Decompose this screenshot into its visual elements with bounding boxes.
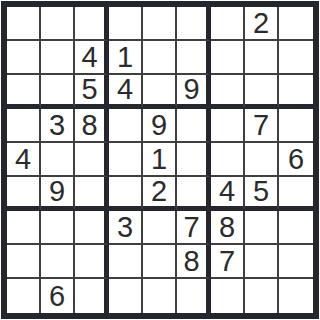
empty-cell-r3c2[interactable] — [41, 75, 75, 109]
empty-cell-r8c1[interactable] — [7, 245, 41, 279]
empty-cell-r3c5[interactable] — [143, 75, 177, 109]
empty-cell-r7c9[interactable] — [279, 211, 313, 245]
given-cell-r1c8: 2 — [245, 7, 279, 41]
empty-cell-r2c1[interactable] — [7, 41, 41, 75]
given-cell-r9c2: 6 — [41, 279, 75, 313]
empty-cell-r2c2[interactable] — [41, 41, 75, 75]
empty-cell-r9c9[interactable] — [279, 279, 313, 313]
empty-cell-r1c1[interactable] — [7, 7, 41, 41]
empty-cell-r9c5[interactable] — [143, 279, 177, 313]
empty-cell-r1c7[interactable] — [211, 7, 245, 41]
empty-cell-r5c2[interactable] — [41, 143, 75, 177]
given-cell-r3c6: 9 — [177, 75, 211, 109]
empty-cell-r2c8[interactable] — [245, 41, 279, 75]
empty-cell-r1c2[interactable] — [41, 7, 75, 41]
empty-cell-r2c9[interactable] — [279, 41, 313, 75]
sudoku-board: 24154938974169245378876 — [1, 1, 319, 319]
empty-cell-r1c6[interactable] — [177, 7, 211, 41]
given-cell-r3c3: 5 — [75, 75, 109, 109]
empty-cell-r1c4[interactable] — [109, 7, 143, 41]
page-background: 24154938974169245378876 — [0, 0, 320, 320]
empty-cell-r6c4[interactable] — [109, 177, 143, 211]
empty-cell-r7c1[interactable] — [7, 211, 41, 245]
empty-cell-r9c3[interactable] — [75, 279, 109, 313]
empty-cell-r5c8[interactable] — [245, 143, 279, 177]
given-cell-r2c3: 4 — [75, 41, 109, 75]
empty-cell-r7c2[interactable] — [41, 211, 75, 245]
given-cell-r6c7: 4 — [211, 177, 245, 211]
empty-cell-r4c1[interactable] — [7, 109, 41, 143]
given-cell-r4c5: 9 — [143, 109, 177, 143]
given-cell-r7c4: 3 — [109, 211, 143, 245]
empty-cell-r5c6[interactable] — [177, 143, 211, 177]
empty-cell-r7c5[interactable] — [143, 211, 177, 245]
empty-cell-r9c6[interactable] — [177, 279, 211, 313]
empty-cell-r8c9[interactable] — [279, 245, 313, 279]
empty-cell-r9c1[interactable] — [7, 279, 41, 313]
given-cell-r7c6: 7 — [177, 211, 211, 245]
empty-cell-r8c8[interactable] — [245, 245, 279, 279]
empty-cell-r4c6[interactable] — [177, 109, 211, 143]
empty-cell-r2c6[interactable] — [177, 41, 211, 75]
given-cell-r8c7: 7 — [211, 245, 245, 279]
empty-cell-r1c3[interactable] — [75, 7, 109, 41]
empty-cell-r6c6[interactable] — [177, 177, 211, 211]
given-cell-r2c4: 1 — [109, 41, 143, 75]
given-cell-r4c2: 3 — [41, 109, 75, 143]
empty-cell-r3c1[interactable] — [7, 75, 41, 109]
empty-cell-r4c4[interactable] — [109, 109, 143, 143]
empty-cell-r1c5[interactable] — [143, 7, 177, 41]
empty-cell-r2c7[interactable] — [211, 41, 245, 75]
empty-cell-r8c2[interactable] — [41, 245, 75, 279]
empty-cell-r2c5[interactable] — [143, 41, 177, 75]
empty-cell-r9c8[interactable] — [245, 279, 279, 313]
empty-cell-r8c5[interactable] — [143, 245, 177, 279]
empty-cell-r4c7[interactable] — [211, 109, 245, 143]
given-cell-r6c8: 5 — [245, 177, 279, 211]
empty-cell-r7c3[interactable] — [75, 211, 109, 245]
given-cell-r6c5: 2 — [143, 177, 177, 211]
empty-cell-r6c3[interactable] — [75, 177, 109, 211]
empty-cell-r3c7[interactable] — [211, 75, 245, 109]
empty-cell-r3c9[interactable] — [279, 75, 313, 109]
empty-cell-r1c9[interactable] — [279, 7, 313, 41]
empty-cell-r3c8[interactable] — [245, 75, 279, 109]
empty-cell-r8c4[interactable] — [109, 245, 143, 279]
empty-cell-r5c4[interactable] — [109, 143, 143, 177]
given-cell-r7c7: 8 — [211, 211, 245, 245]
given-cell-r6c2: 9 — [41, 177, 75, 211]
given-cell-r5c5: 1 — [143, 143, 177, 177]
empty-cell-r5c7[interactable] — [211, 143, 245, 177]
empty-cell-r9c4[interactable] — [109, 279, 143, 313]
given-cell-r4c3: 8 — [75, 109, 109, 143]
empty-cell-r8c3[interactable] — [75, 245, 109, 279]
given-cell-r5c9: 6 — [279, 143, 313, 177]
empty-cell-r4c9[interactable] — [279, 109, 313, 143]
empty-cell-r6c1[interactable] — [7, 177, 41, 211]
empty-cell-r7c8[interactable] — [245, 211, 279, 245]
given-cell-r3c4: 4 — [109, 75, 143, 109]
empty-cell-r5c3[interactable] — [75, 143, 109, 177]
given-cell-r4c8: 7 — [245, 109, 279, 143]
empty-cell-r6c9[interactable] — [279, 177, 313, 211]
given-cell-r8c6: 8 — [177, 245, 211, 279]
given-cell-r5c1: 4 — [7, 143, 41, 177]
empty-cell-r9c7[interactable] — [211, 279, 245, 313]
